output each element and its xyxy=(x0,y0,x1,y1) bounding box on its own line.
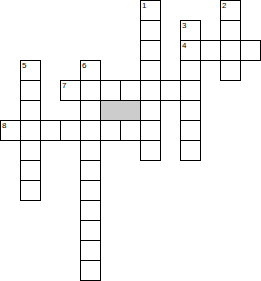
clue-number: 6 xyxy=(82,61,86,70)
crossword-cell[interactable] xyxy=(140,140,161,161)
crossword-cell[interactable]: 6 xyxy=(80,60,101,81)
crossword-cell[interactable] xyxy=(80,160,101,181)
crossword-cell[interactable] xyxy=(80,140,101,161)
clue-number: 1 xyxy=(142,1,146,10)
crossword-cell[interactable] xyxy=(120,80,141,101)
crossword-cell[interactable]: 7 xyxy=(60,80,81,101)
crossword-cell[interactable] xyxy=(140,60,161,81)
crossword-cell[interactable] xyxy=(100,120,121,141)
crossword-cell[interactable] xyxy=(60,120,81,141)
crossword-cell[interactable]: 5 xyxy=(20,60,41,81)
crossword-cell[interactable] xyxy=(80,80,101,101)
crossword-cell[interactable] xyxy=(80,240,101,261)
clue-number: 7 xyxy=(62,81,66,90)
crossword-cell[interactable] xyxy=(220,20,241,41)
crossword-page: 12345678 xyxy=(0,0,261,281)
crossword-cell[interactable] xyxy=(140,120,161,141)
crossword-cell[interactable] xyxy=(20,80,41,101)
crossword-cell[interactable] xyxy=(240,40,261,61)
crossword-cell[interactable] xyxy=(140,100,161,121)
crossword-cell[interactable] xyxy=(20,120,41,141)
crossword-cell[interactable] xyxy=(80,260,101,281)
crossword-cell[interactable] xyxy=(20,140,41,161)
crossword-cell[interactable] xyxy=(80,100,101,121)
crossword-cell[interactable] xyxy=(140,80,161,101)
crossword-cell[interactable] xyxy=(180,100,201,121)
crossword-cell[interactable] xyxy=(20,180,41,201)
crossword-cell[interactable] xyxy=(80,200,101,221)
clue-number: 4 xyxy=(182,41,186,50)
clue-number: 8 xyxy=(2,121,6,130)
crossword-cell[interactable] xyxy=(180,140,201,161)
crossword-cell[interactable] xyxy=(20,160,41,181)
crossword-cell[interactable] xyxy=(100,80,121,101)
crossword-cell[interactable] xyxy=(220,60,241,81)
crossword-cell[interactable] xyxy=(220,40,241,61)
clue-number: 2 xyxy=(222,1,226,10)
crossword-cell[interactable] xyxy=(200,40,221,61)
shaded-cells xyxy=(100,100,141,121)
crossword-cell[interactable]: 1 xyxy=(140,0,161,21)
crossword-cell[interactable] xyxy=(160,80,181,101)
crossword-cell[interactable] xyxy=(20,100,41,121)
crossword-cell[interactable]: 3 xyxy=(180,20,201,41)
clue-number: 3 xyxy=(182,21,186,30)
crossword-cell[interactable] xyxy=(180,60,201,81)
crossword-cell[interactable] xyxy=(80,180,101,201)
crossword-cell[interactable]: 4 xyxy=(180,40,201,61)
crossword-board: 12345678 xyxy=(0,0,261,281)
crossword-cell[interactable] xyxy=(180,120,201,141)
crossword-cell[interactable] xyxy=(40,120,61,141)
crossword-cell[interactable]: 2 xyxy=(220,0,241,21)
crossword-cell[interactable] xyxy=(140,40,161,61)
crossword-cell[interactable] xyxy=(120,120,141,141)
crossword-cell[interactable] xyxy=(80,220,101,241)
crossword-cell[interactable] xyxy=(80,120,101,141)
crossword-cell[interactable] xyxy=(140,20,161,41)
clue-number: 5 xyxy=(22,61,26,70)
crossword-cell[interactable] xyxy=(180,80,201,101)
crossword-cell[interactable]: 8 xyxy=(0,120,21,141)
